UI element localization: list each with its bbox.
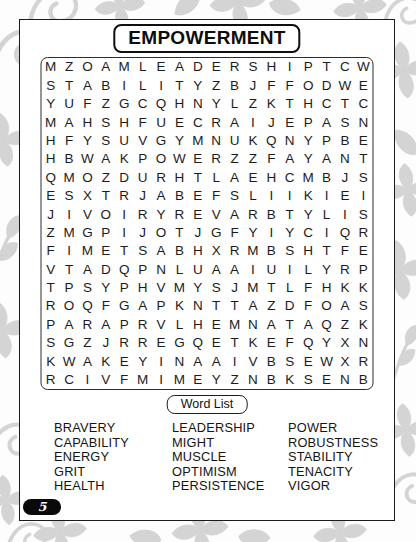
grid-cell[interactable]: Y (133, 352, 151, 370)
grid-cell[interactable]: U (133, 168, 151, 186)
grid-cell[interactable]: I (152, 352, 170, 370)
grid-cell[interactable]: A (78, 260, 96, 278)
grid-cell[interactable]: R (170, 205, 188, 223)
grid-cell[interactable]: F (133, 113, 151, 131)
grid-cell[interactable]: J (262, 113, 280, 131)
grid-cell[interactable]: E (336, 187, 354, 205)
grid-cell[interactable]: A (78, 76, 96, 94)
grid-cell[interactable]: T (281, 205, 299, 223)
grid-cell[interactable]: D (317, 76, 335, 94)
grid-cell[interactable]: L (133, 76, 151, 94)
grid-cell[interactable]: O (299, 76, 317, 94)
grid-cell[interactable]: I (152, 371, 170, 389)
grid-cell[interactable]: S (299, 371, 317, 389)
grid-cell[interactable]: Q (262, 132, 280, 150)
grid-cell[interactable]: E (354, 132, 372, 150)
grid-cell[interactable]: A (317, 150, 335, 168)
grid-cell[interactable]: M (60, 168, 78, 186)
grid-cell[interactable]: Y (189, 279, 207, 297)
grid-cell[interactable]: A (97, 58, 115, 76)
grid-cell[interactable]: F (225, 224, 243, 242)
grid-cell[interactable]: B (262, 371, 280, 389)
grid-cell[interactable]: S (42, 76, 60, 94)
grid-cell[interactable]: S (225, 187, 243, 205)
grid-cell[interactable]: K (97, 352, 115, 370)
grid-cell[interactable]: B (262, 352, 280, 370)
grid-cell[interactable]: B (262, 205, 280, 223)
grid-cell[interactable]: A (225, 113, 243, 131)
grid-cell[interactable]: D (115, 168, 133, 186)
grid-cell[interactable]: Z (244, 95, 262, 113)
grid-cell[interactable]: S (354, 168, 372, 186)
grid-cell[interactable]: Q (336, 224, 354, 242)
grid-cell[interactable]: F (336, 242, 354, 260)
grid-cell[interactable]: L (281, 279, 299, 297)
grid-cell[interactable]: Z (225, 371, 243, 389)
grid-cell[interactable]: X (207, 242, 225, 260)
grid-cell[interactable]: N (207, 132, 225, 150)
grid-cell[interactable]: I (225, 352, 243, 370)
grid-cell[interactable]: T (170, 224, 188, 242)
grid-cell[interactable]: S (207, 279, 225, 297)
grid-cell[interactable]: Q (317, 315, 335, 333)
grid-cell[interactable]: R (225, 242, 243, 260)
grid-cell[interactable]: G (60, 334, 78, 352)
grid-cell[interactable]: E (152, 58, 170, 76)
grid-cell[interactable]: J (133, 187, 151, 205)
grid-cell[interactable]: T (60, 260, 78, 278)
grid-cell[interactable]: E (281, 113, 299, 131)
grid-cell[interactable]: F (281, 334, 299, 352)
grid-cell[interactable]: M (78, 242, 96, 260)
grid-cell[interactable]: Y (207, 95, 225, 113)
grid-cell[interactable]: R (225, 58, 243, 76)
grid-cell[interactable]: R (354, 224, 372, 242)
grid-cell[interactable]: A (262, 315, 280, 333)
grid-cell[interactable]: E (262, 334, 280, 352)
grid-cell[interactable]: R (207, 113, 225, 131)
grid-cell[interactable]: M (42, 113, 60, 131)
grid-cell[interactable]: N (189, 95, 207, 113)
grid-cell[interactable]: I (78, 371, 96, 389)
grid-cell[interactable]: M (133, 371, 151, 389)
grid-cell[interactable]: T (317, 58, 335, 76)
grid-cell[interactable]: R (78, 315, 96, 333)
grid-cell[interactable]: Y (317, 334, 335, 352)
grid-cell[interactable]: A (97, 315, 115, 333)
grid-cell[interactable]: A (299, 315, 317, 333)
grid-cell[interactable]: E (170, 113, 188, 131)
grid-cell[interactable]: A (170, 58, 188, 76)
grid-cell[interactable]: A (60, 113, 78, 131)
grid-cell[interactable]: B (97, 76, 115, 94)
grid-cell[interactable]: G (115, 95, 133, 113)
grid-cell[interactable]: F (97, 297, 115, 315)
grid-cell[interactable]: R (115, 334, 133, 352)
grid-cell[interactable]: Y (152, 205, 170, 223)
grid-cell[interactable]: T (225, 297, 243, 315)
grid-cell[interactable]: O (78, 168, 96, 186)
grid-cell[interactable]: A (152, 242, 170, 260)
grid-cell[interactable]: H (78, 113, 96, 131)
grid-cell[interactable]: N (244, 315, 262, 333)
grid-cell[interactable]: V (97, 371, 115, 389)
grid-cell[interactable]: H (262, 58, 280, 76)
grid-cell[interactable]: Y (170, 132, 188, 150)
grid-cell[interactable]: K (244, 334, 262, 352)
grid-cell[interactable]: L (299, 260, 317, 278)
grid-cell[interactable]: I (60, 242, 78, 260)
grid-cell[interactable]: B (170, 187, 188, 205)
grid-cell[interactable]: F (262, 150, 280, 168)
grid-cell[interactable]: A (60, 315, 78, 333)
grid-cell[interactable]: T (354, 150, 372, 168)
grid-cell[interactable]: M (244, 279, 262, 297)
grid-cell[interactable]: A (207, 352, 225, 370)
grid-cell[interactable]: P (152, 297, 170, 315)
grid-cell[interactable]: F (60, 132, 78, 150)
grid-cell[interactable]: A (97, 150, 115, 168)
grid-cell[interactable]: R (207, 150, 225, 168)
grid-cell[interactable]: M (42, 58, 60, 76)
grid-cell[interactable]: Y (78, 132, 96, 150)
grid-cell[interactable]: N (336, 150, 354, 168)
grid-cell[interactable]: Y (207, 371, 225, 389)
grid-cell[interactable]: Y (97, 279, 115, 297)
grid-cell[interactable]: C (60, 371, 78, 389)
grid-cell[interactable]: I (317, 187, 335, 205)
grid-cell[interactable]: P (133, 150, 151, 168)
grid-cell[interactable]: J (336, 168, 354, 186)
grid-cell[interactable]: S (281, 242, 299, 260)
grid-cell[interactable]: K (244, 132, 262, 150)
grid-cell[interactable]: M (60, 224, 78, 242)
grid-cell[interactable]: S (354, 205, 372, 223)
grid-cell[interactable]: B (60, 150, 78, 168)
grid-cell[interactable]: M (170, 279, 188, 297)
grid-cell[interactable]: M (115, 58, 133, 76)
grid-cell[interactable]: B (225, 76, 243, 94)
grid-cell[interactable]: E (189, 150, 207, 168)
grid-cell[interactable]: O (152, 224, 170, 242)
grid-cell[interactable]: A (207, 260, 225, 278)
grid-cell[interactable]: Y (189, 76, 207, 94)
grid-cell[interactable]: O (60, 297, 78, 315)
grid-cell[interactable]: P (133, 260, 151, 278)
grid-cell[interactable]: E (244, 168, 262, 186)
grid-cell[interactable]: M (225, 315, 243, 333)
grid-cell[interactable]: T (281, 315, 299, 333)
grid-cell[interactable]: L (225, 95, 243, 113)
grid-cell[interactable]: F (299, 279, 317, 297)
grid-cell[interactable]: H (42, 150, 60, 168)
grid-cell[interactable]: H (170, 168, 188, 186)
grid-cell[interactable]: D (281, 297, 299, 315)
grid-cell[interactable]: C (317, 95, 335, 113)
grid-cell[interactable]: M (244, 242, 262, 260)
grid-cell[interactable]: H (115, 113, 133, 131)
grid-cell[interactable]: V (78, 205, 96, 223)
grid-cell[interactable]: P (354, 260, 372, 278)
grid-cell[interactable]: W (170, 150, 188, 168)
grid-cell[interactable]: O (152, 150, 170, 168)
grid-cell[interactable]: Y (281, 224, 299, 242)
grid-cell[interactable]: Y (299, 205, 317, 223)
grid-cell[interactable]: F (78, 95, 96, 113)
grid-cell[interactable]: K (281, 371, 299, 389)
grid-cell[interactable]: Y (244, 224, 262, 242)
grid-cell[interactable]: R (336, 260, 354, 278)
grid-cell[interactable]: L (170, 260, 188, 278)
grid-cell[interactable]: H (189, 315, 207, 333)
grid-cell[interactable]: K (42, 352, 60, 370)
grid-cell[interactable]: W (336, 76, 354, 94)
grid-cell[interactable]: T (317, 242, 335, 260)
grid-cell[interactable]: L (133, 58, 151, 76)
grid-cell[interactable]: A (133, 297, 151, 315)
grid-cell[interactable]: Q (299, 334, 317, 352)
grid-cell[interactable]: P (317, 132, 335, 150)
grid-cell[interactable]: A (225, 205, 243, 223)
grid-cell[interactable]: F (262, 76, 280, 94)
grid-cell[interactable]: I (281, 58, 299, 76)
grid-cell[interactable]: M (299, 168, 317, 186)
grid-cell[interactable]: T (97, 187, 115, 205)
grid-cell[interactable]: E (317, 371, 335, 389)
grid-cell[interactable]: I (336, 205, 354, 223)
grid-cell[interactable]: K (170, 297, 188, 315)
grid-cell[interactable]: S (354, 297, 372, 315)
grid-cell[interactable]: G (115, 297, 133, 315)
grid-cell[interactable]: A (281, 150, 299, 168)
grid-cell[interactable]: K (299, 187, 317, 205)
grid-cell[interactable]: R (133, 334, 151, 352)
grid-cell[interactable]: E (207, 315, 225, 333)
grid-cell[interactable]: V (207, 205, 225, 223)
grid-cell[interactable]: O (97, 205, 115, 223)
grid-cell[interactable]: A (317, 113, 335, 131)
grid-cell[interactable]: H (317, 279, 335, 297)
grid-cell[interactable]: I (115, 76, 133, 94)
grid-cell[interactable]: P (299, 58, 317, 76)
grid-cell[interactable]: S (244, 58, 262, 76)
grid-cell[interactable]: G (207, 224, 225, 242)
grid-cell[interactable]: I (115, 224, 133, 242)
grid-cell[interactable]: M (189, 132, 207, 150)
grid-cell[interactable]: R (244, 205, 262, 223)
grid-cell[interactable]: E (189, 371, 207, 389)
grid-cell[interactable]: N (170, 352, 188, 370)
grid-cell[interactable]: L (244, 187, 262, 205)
grid-cell[interactable]: Z (97, 168, 115, 186)
grid-cell[interactable]: C (336, 58, 354, 76)
grid-cell[interactable]: S (60, 187, 78, 205)
grid-cell[interactable]: R (115, 187, 133, 205)
grid-cell[interactable]: V (152, 279, 170, 297)
grid-cell[interactable]: D (97, 260, 115, 278)
grid-cell[interactable]: W (354, 58, 372, 76)
grid-cell[interactable]: U (152, 113, 170, 131)
grid-cell[interactable]: R (354, 352, 372, 370)
grid-cell[interactable]: E (354, 242, 372, 260)
grid-cell[interactable]: W (78, 150, 96, 168)
grid-cell[interactable]: A (225, 260, 243, 278)
grid-cell[interactable]: U (225, 132, 243, 150)
grid-cell[interactable]: T (189, 168, 207, 186)
grid-cell[interactable]: K (262, 95, 280, 113)
grid-cell[interactable]: U (60, 95, 78, 113)
grid-cell[interactable]: T (207, 297, 225, 315)
grid-cell[interactable]: F (115, 371, 133, 389)
grid-cell[interactable]: E (207, 334, 225, 352)
grid-cell[interactable]: Z (244, 150, 262, 168)
grid-cell[interactable]: U (115, 132, 133, 150)
grid-cell[interactable]: F (207, 187, 225, 205)
grid-cell[interactable]: P (97, 224, 115, 242)
grid-cell[interactable]: J (189, 224, 207, 242)
grid-cell[interactable]: H (133, 279, 151, 297)
grid-cell[interactable]: I (244, 113, 262, 131)
grid-cell[interactable]: X (78, 187, 96, 205)
grid-cell[interactable]: Z (207, 76, 225, 94)
grid-cell[interactable]: I (262, 224, 280, 242)
grid-cell[interactable]: E (189, 187, 207, 205)
grid-cell[interactable]: M (170, 371, 188, 389)
grid-cell[interactable]: E (299, 352, 317, 370)
grid-cell[interactable]: W (317, 352, 335, 370)
grid-cell[interactable]: T (225, 334, 243, 352)
grid-cell[interactable]: X (336, 352, 354, 370)
grid-cell[interactable]: F (281, 76, 299, 94)
grid-cell[interactable]: T (115, 242, 133, 260)
grid-cell[interactable]: I (281, 187, 299, 205)
grid-cell[interactable]: T (281, 95, 299, 113)
grid-cell[interactable]: B (317, 168, 335, 186)
grid-cell[interactable]: H (299, 242, 317, 260)
grid-cell[interactable]: N (152, 260, 170, 278)
grid-cell[interactable]: R (42, 371, 60, 389)
grid-cell[interactable]: B (170, 242, 188, 260)
grid-cell[interactable]: T (60, 76, 78, 94)
grid-cell[interactable]: H (262, 168, 280, 186)
grid-cell[interactable]: E (152, 334, 170, 352)
grid-cell[interactable]: P (60, 279, 78, 297)
grid-cell[interactable]: X (336, 334, 354, 352)
grid-cell[interactable]: S (97, 113, 115, 131)
grid-cell[interactable]: R (133, 315, 151, 333)
grid-cell[interactable]: Q (42, 168, 60, 186)
grid-cell[interactable]: U (189, 260, 207, 278)
grid-cell[interactable]: T (336, 95, 354, 113)
grid-cell[interactable]: G (78, 224, 96, 242)
grid-cell[interactable]: H (299, 95, 317, 113)
grid-cell[interactable]: L (207, 168, 225, 186)
grid-cell[interactable]: I (244, 260, 262, 278)
grid-cell[interactable]: I (152, 76, 170, 94)
grid-cell[interactable]: A (336, 297, 354, 315)
grid-cell[interactable]: G (170, 334, 188, 352)
grid-cell[interactable]: E (115, 352, 133, 370)
grid-cell[interactable]: N (354, 334, 372, 352)
grid-cell[interactable]: K (354, 279, 372, 297)
grid-cell[interactable]: C (299, 224, 317, 242)
grid-cell[interactable]: H (42, 132, 60, 150)
grid-cell[interactable]: Y (299, 150, 317, 168)
grid-cell[interactable]: T (170, 76, 188, 94)
grid-cell[interactable]: K (115, 150, 133, 168)
grid-cell[interactable]: J (42, 205, 60, 223)
grid-cell[interactable]: B (354, 371, 372, 389)
grid-cell[interactable]: S (281, 352, 299, 370)
grid-cell[interactable]: I (317, 224, 335, 242)
grid-cell[interactable]: K (336, 279, 354, 297)
grid-cell[interactable]: I (115, 205, 133, 223)
grid-cell[interactable]: T (262, 279, 280, 297)
grid-cell[interactable]: C (281, 168, 299, 186)
grid-cell[interactable]: L (317, 205, 335, 223)
grid-cell[interactable]: Y (317, 260, 335, 278)
grid-cell[interactable]: R (42, 297, 60, 315)
grid-cell[interactable]: E (42, 187, 60, 205)
grid-cell[interactable]: N (281, 132, 299, 150)
grid-cell[interactable]: N (354, 113, 372, 131)
grid-cell[interactable]: A (78, 352, 96, 370)
grid-cell[interactable]: Z (42, 224, 60, 242)
grid-cell[interactable]: Z (78, 334, 96, 352)
grid-cell[interactable]: J (133, 224, 151, 242)
grid-cell[interactable]: K (354, 315, 372, 333)
grid-cell[interactable]: A (152, 187, 170, 205)
grid-cell[interactable]: C (189, 113, 207, 131)
grid-cell[interactable]: J (244, 76, 262, 94)
grid-cell[interactable]: A (225, 168, 243, 186)
grid-cell[interactable]: V (152, 315, 170, 333)
grid-cell[interactable]: Q (152, 95, 170, 113)
grid-cell[interactable]: G (152, 132, 170, 150)
grid-cell[interactable]: I (262, 187, 280, 205)
grid-cell[interactable]: I (60, 205, 78, 223)
grid-cell[interactable]: L (170, 315, 188, 333)
grid-cell[interactable]: V (42, 260, 60, 278)
grid-cell[interactable]: H (189, 242, 207, 260)
grid-cell[interactable]: C (133, 95, 151, 113)
grid-cell[interactable]: Q (115, 260, 133, 278)
grid-cell[interactable]: P (42, 315, 60, 333)
grid-cell[interactable]: Y (299, 132, 317, 150)
grid-cell[interactable]: C (354, 95, 372, 113)
grid-cell[interactable]: U (262, 260, 280, 278)
grid-cell[interactable]: I (281, 260, 299, 278)
grid-cell[interactable]: E (207, 58, 225, 76)
grid-cell[interactable]: D (189, 58, 207, 76)
grid-cell[interactable]: E (189, 205, 207, 223)
grid-cell[interactable]: P (115, 279, 133, 297)
grid-cell[interactable]: P (115, 315, 133, 333)
grid-cell[interactable]: Z (336, 315, 354, 333)
grid-cell[interactable]: S (97, 132, 115, 150)
grid-cell[interactable]: O (78, 58, 96, 76)
grid-cell[interactable]: B (336, 132, 354, 150)
grid-cell[interactable]: J (225, 279, 243, 297)
grid-cell[interactable]: E (97, 242, 115, 260)
grid-cell[interactable]: Q (189, 334, 207, 352)
grid-cell[interactable]: B (262, 242, 280, 260)
grid-cell[interactable]: Z (225, 150, 243, 168)
grid-cell[interactable]: A (244, 297, 262, 315)
grid-cell[interactable]: S (78, 279, 96, 297)
grid-cell[interactable]: Z (60, 58, 78, 76)
grid-cell[interactable]: R (152, 168, 170, 186)
